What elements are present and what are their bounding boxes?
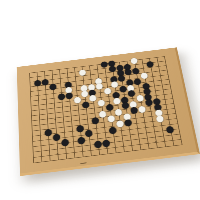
star-point — [155, 141, 157, 142]
board-perspective-wrapper: ●●●●●●●●●●●●●●●●●●●●●●●●●●●●●●●●●●●●●●●●… — [8, 12, 198, 200]
black-stone: ● — [81, 100, 90, 109]
white-stone: ● — [155, 114, 165, 124]
black-stone: ● — [91, 116, 100, 126]
white-stone: ● — [137, 104, 146, 113]
black-stone: ● — [61, 137, 70, 147]
black-stone: ● — [165, 124, 175, 134]
stones-layer: ●●●●●●●●●●●●●●●●●●●●●●●●●●●●●●●●●●●●●●●●… — [26, 54, 186, 166]
white-stone: ● — [130, 56, 139, 65]
white-stone: ● — [78, 68, 86, 77]
black-stone: ● — [102, 138, 111, 148]
brand-mark — [80, 162, 87, 164]
black-stone: ● — [108, 125, 117, 135]
black-stone: ● — [84, 128, 93, 138]
black-stone: ● — [145, 60, 154, 69]
black-stone: ● — [77, 135, 86, 145]
black-stone: ● — [49, 82, 57, 91]
black-stone: ● — [52, 132, 61, 142]
star-point — [57, 153, 59, 154]
black-stone: ● — [123, 117, 132, 127]
go-board: ●●●●●●●●●●●●●●●●●●●●●●●●●●●●●●●●●●●●●●●●… — [17, 47, 200, 176]
photo-background: ●●●●●●●●●●●●●●●●●●●●●●●●●●●●●●●●●●●●●●●●… — [0, 0, 200, 200]
star-point — [149, 107, 151, 108]
star-point — [55, 119, 57, 120]
white-stone: ● — [140, 71, 149, 80]
black-stone: ● — [44, 127, 53, 137]
